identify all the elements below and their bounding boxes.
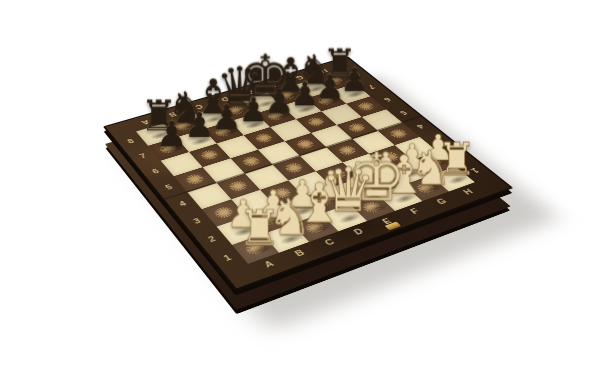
rank-label-left-1: 1 — [215, 251, 241, 265]
rank-label-left-2: 2 — [199, 232, 224, 245]
rank-label-right-6: 6 — [377, 95, 398, 104]
rank-label-left-4: 4 — [171, 198, 195, 210]
piece-white-rook-a1: ♜ — [232, 234, 279, 264]
file-label-near-c: C — [311, 234, 347, 251]
brass-clasp-icon — [385, 222, 402, 231]
chess-scene: ✺✺✺✺✺✺✺✺✺✺✺✺✺✺✺✺✺✺✺✺✺✺✺✺✺✺✺✺✺✺✺✺ 88AA77B… — [0, 0, 600, 380]
rank-label-left-8: 8 — [120, 136, 142, 147]
white-rook-glyph: ♜ — [237, 204, 280, 252]
rank-label-right-5: 5 — [393, 108, 415, 118]
rank-label-left-6: 6 — [144, 166, 167, 177]
rank-label-left-7: 7 — [132, 151, 155, 162]
chess-set-photo[interactable]: ✺✺✺✺✺✺✺✺✺✺✺✺✺✺✺✺✺✺✺✺✺✺✺✺✺✺✺✺✺✺✺✺ 88AA77B… — [0, 0, 600, 380]
rank-label-left-3: 3 — [185, 215, 210, 228]
rank-label-left-5: 5 — [157, 181, 181, 193]
